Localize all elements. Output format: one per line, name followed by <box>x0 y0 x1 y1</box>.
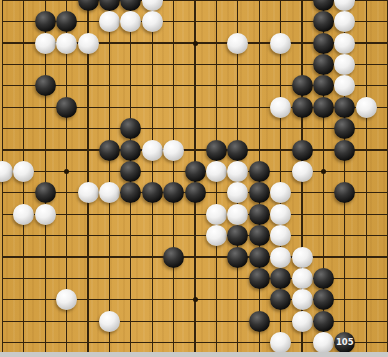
stone-white <box>13 204 34 225</box>
stone-black <box>99 140 120 161</box>
stone-black <box>227 140 248 161</box>
stone-black <box>120 0 141 11</box>
stone-black <box>313 75 334 96</box>
stone-black <box>227 225 248 246</box>
stone-black <box>120 118 141 139</box>
stone-black <box>313 0 334 11</box>
stone-white <box>163 140 184 161</box>
stone-black <box>249 311 270 332</box>
stone-white <box>292 311 313 332</box>
grid-horizontal-line <box>2 214 388 215</box>
stone-black <box>185 161 206 182</box>
stone-black <box>185 182 206 203</box>
stone-black <box>313 97 334 118</box>
stone-white <box>99 11 120 32</box>
stone-black <box>249 161 270 182</box>
stone-black <box>334 118 355 139</box>
star-point <box>321 169 326 174</box>
stone-black <box>313 311 334 332</box>
stone-black <box>78 0 99 11</box>
last-move-stone: 105 <box>334 332 355 352</box>
grid-vertical-line <box>173 0 174 352</box>
stone-white <box>120 11 141 32</box>
stone-black <box>99 0 120 11</box>
stone-white <box>292 268 313 289</box>
stone-black <box>206 140 227 161</box>
stone-white <box>334 0 355 11</box>
stone-white <box>334 11 355 32</box>
stone-black <box>120 161 141 182</box>
stone-black <box>313 268 334 289</box>
stone-white <box>99 182 120 203</box>
stone-white <box>292 161 313 182</box>
stone-white <box>35 33 56 54</box>
grid-horizontal-line <box>2 235 388 236</box>
star-point <box>193 297 198 302</box>
stone-black <box>313 54 334 75</box>
grid-horizontal-line <box>2 128 388 129</box>
go-board[interactable]: 105 <box>0 0 388 352</box>
stone-black <box>334 97 355 118</box>
stone-white <box>56 289 77 310</box>
stone-white <box>270 225 291 246</box>
stone-black <box>313 289 334 310</box>
stone-black <box>35 182 56 203</box>
stone-black <box>249 182 270 203</box>
stone-white <box>206 225 227 246</box>
stone-black <box>270 289 291 310</box>
star-point <box>64 169 69 174</box>
bottom-edge-strip <box>0 352 388 357</box>
stone-black <box>249 225 270 246</box>
stone-black <box>313 33 334 54</box>
stone-white <box>99 311 120 332</box>
stone-black <box>292 75 313 96</box>
stone-black <box>249 204 270 225</box>
stone-white <box>270 97 291 118</box>
stone-white <box>142 0 163 11</box>
stone-white <box>227 204 248 225</box>
stone-white <box>13 161 34 182</box>
grid-horizontal-line <box>2 256 388 257</box>
stone-black <box>142 182 163 203</box>
stone-white <box>142 140 163 161</box>
stone-white <box>356 97 377 118</box>
stone-black <box>334 140 355 161</box>
stone-white <box>78 182 99 203</box>
stone-black <box>292 97 313 118</box>
screenshot-root: { "game": "go", "board_size": 19, "view"… <box>0 0 388 357</box>
stone-white <box>270 33 291 54</box>
stone-black <box>249 247 270 268</box>
stone-white <box>56 33 77 54</box>
grid-vertical-line <box>109 0 110 352</box>
stone-black <box>292 140 313 161</box>
stone-white <box>270 332 291 352</box>
stone-black <box>35 11 56 32</box>
stone-white <box>227 33 248 54</box>
stone-white <box>270 182 291 203</box>
grid-horizontal-line <box>2 149 388 150</box>
stone-black <box>163 247 184 268</box>
star-point <box>193 41 198 46</box>
move-number-label: 105 <box>336 338 354 347</box>
stone-white <box>270 204 291 225</box>
stone-black <box>120 140 141 161</box>
stone-white <box>270 247 291 268</box>
stone-white <box>35 204 56 225</box>
stone-white <box>334 33 355 54</box>
stone-black <box>163 182 184 203</box>
stone-white <box>206 161 227 182</box>
stone-white <box>292 289 313 310</box>
stone-black <box>56 11 77 32</box>
stone-black <box>227 247 248 268</box>
stone-black <box>249 268 270 289</box>
grid-vertical-line <box>152 0 153 352</box>
stone-white <box>334 54 355 75</box>
stone-white <box>78 33 99 54</box>
stone-black <box>120 182 141 203</box>
grid-vertical-line <box>366 0 367 352</box>
stone-white <box>334 75 355 96</box>
stone-black <box>313 11 334 32</box>
stone-black <box>35 75 56 96</box>
stone-black <box>334 182 355 203</box>
stone-white <box>0 161 13 182</box>
stone-white <box>227 182 248 203</box>
stone-black <box>270 268 291 289</box>
stone-white <box>227 161 248 182</box>
stone-black <box>56 97 77 118</box>
stone-white <box>142 11 163 32</box>
stone-white <box>206 204 227 225</box>
stone-white <box>292 247 313 268</box>
stone-white <box>313 332 334 352</box>
